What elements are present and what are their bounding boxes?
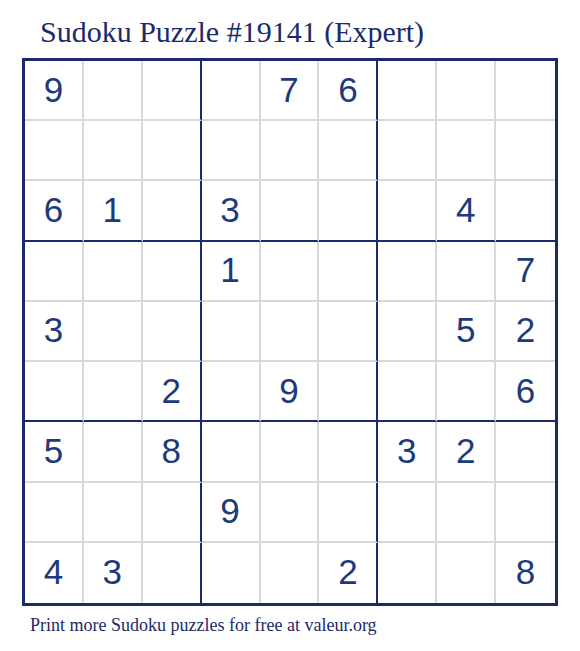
sudoku-board: 976613417352296583294328: [22, 58, 558, 606]
cell-r8c3: [143, 483, 202, 543]
cell-r1c5: 7: [261, 61, 320, 121]
cell-r2c9: [496, 121, 555, 181]
cell-r9c3: [143, 543, 202, 603]
cell-r7c4: [202, 422, 261, 482]
cell-r3c8: 4: [437, 181, 496, 241]
cell-r2c3: [143, 121, 202, 181]
cell-r9c4: [202, 543, 261, 603]
cell-r4c2: [84, 242, 143, 302]
cell-r5c9: 2: [496, 302, 555, 362]
cell-r7c7: 3: [378, 422, 437, 482]
cell-r2c6: [319, 121, 378, 181]
cell-r5c7: [378, 302, 437, 362]
cell-r2c4: [202, 121, 261, 181]
cell-r2c1: [25, 121, 84, 181]
cell-r8c9: [496, 483, 555, 543]
cell-r6c6: [319, 362, 378, 422]
cell-r3c9: [496, 181, 555, 241]
cell-r1c4: [202, 61, 261, 121]
cell-r5c3: [143, 302, 202, 362]
cell-r2c2: [84, 121, 143, 181]
cell-r1c9: [496, 61, 555, 121]
cell-r5c1: 3: [25, 302, 84, 362]
cell-r7c2: [84, 422, 143, 482]
cell-r6c3: 2: [143, 362, 202, 422]
cell-r6c2: [84, 362, 143, 422]
cell-r4c8: [437, 242, 496, 302]
cell-r8c5: [261, 483, 320, 543]
cell-r2c7: [378, 121, 437, 181]
cell-r1c7: [378, 61, 437, 121]
cell-r1c8: [437, 61, 496, 121]
cell-r2c8: [437, 121, 496, 181]
cell-r8c2: [84, 483, 143, 543]
page-title: Sudoku Puzzle #19141 (Expert): [40, 15, 424, 49]
cell-r4c4: 1: [202, 242, 261, 302]
cell-r4c9: 7: [496, 242, 555, 302]
cell-r1c2: [84, 61, 143, 121]
cell-r2c5: [261, 121, 320, 181]
cell-r4c5: [261, 242, 320, 302]
cell-r8c4: 9: [202, 483, 261, 543]
cell-r9c2: 3: [84, 543, 143, 603]
cell-r7c3: 8: [143, 422, 202, 482]
cell-r6c8: [437, 362, 496, 422]
cell-r6c1: [25, 362, 84, 422]
cell-r4c7: [378, 242, 437, 302]
cell-r8c1: [25, 483, 84, 543]
cell-r7c5: [261, 422, 320, 482]
cell-r4c1: [25, 242, 84, 302]
cell-r8c7: [378, 483, 437, 543]
cell-r9c8: [437, 543, 496, 603]
cell-r7c6: [319, 422, 378, 482]
cell-r9c5: [261, 543, 320, 603]
cell-r7c8: 2: [437, 422, 496, 482]
cell-r4c3: [143, 242, 202, 302]
cell-r1c6: 6: [319, 61, 378, 121]
cell-r3c2: 1: [84, 181, 143, 241]
cell-r7c1: 5: [25, 422, 84, 482]
cell-r9c9: 8: [496, 543, 555, 603]
cell-r4c6: [319, 242, 378, 302]
cell-r6c7: [378, 362, 437, 422]
cell-r3c4: 3: [202, 181, 261, 241]
cell-r3c1: 6: [25, 181, 84, 241]
cell-r7c9: [496, 422, 555, 482]
cell-r5c6: [319, 302, 378, 362]
cell-r5c4: [202, 302, 261, 362]
cell-r1c1: 9: [25, 61, 84, 121]
cell-r9c1: 4: [25, 543, 84, 603]
cell-r6c9: 6: [496, 362, 555, 422]
cell-r8c8: [437, 483, 496, 543]
cell-r9c7: [378, 543, 437, 603]
cell-r3c3: [143, 181, 202, 241]
cell-r3c5: [261, 181, 320, 241]
cell-r3c6: [319, 181, 378, 241]
cell-r5c2: [84, 302, 143, 362]
cell-r8c6: [319, 483, 378, 543]
cell-r6c5: 9: [261, 362, 320, 422]
cell-r1c3: [143, 61, 202, 121]
cell-r6c4: [202, 362, 261, 422]
cell-r9c6: 2: [319, 543, 378, 603]
cell-r3c7: [378, 181, 437, 241]
cell-r5c5: [261, 302, 320, 362]
cell-r5c8: 5: [437, 302, 496, 362]
footer-text: Print more Sudoku puzzles for free at va…: [30, 615, 377, 636]
